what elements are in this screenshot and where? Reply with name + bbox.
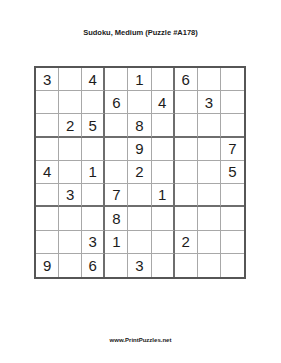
cell-r6c1[interactable] (36, 184, 59, 207)
cell-r8c6[interactable] (152, 231, 175, 254)
cell-r9c3[interactable]: 6 (82, 254, 105, 277)
cell-r6c2[interactable]: 3 (59, 184, 82, 207)
cell-r2c1[interactable] (36, 91, 59, 114)
cell-r1c4[interactable] (105, 68, 128, 91)
cell-r1c2[interactable] (59, 68, 82, 91)
cell-r3c9[interactable] (221, 114, 244, 137)
cell-r2c3[interactable] (82, 91, 105, 114)
cell-r9c6[interactable] (152, 254, 175, 277)
cell-r7c2[interactable] (59, 207, 82, 230)
cell-r5c4[interactable] (105, 161, 128, 184)
cell-r8c9[interactable] (221, 231, 244, 254)
cell-r7c4[interactable]: 8 (105, 207, 128, 230)
cell-r5c8[interactable] (198, 161, 221, 184)
cell-r7c9[interactable] (221, 207, 244, 230)
cell-r7c7[interactable] (175, 207, 198, 230)
cell-r7c1[interactable] (36, 207, 59, 230)
cell-r4c7[interactable] (175, 138, 198, 161)
cell-r1c8[interactable] (198, 68, 221, 91)
cell-r7c8[interactable] (198, 207, 221, 230)
cell-r4c2[interactable] (59, 138, 82, 161)
cell-r3c7[interactable] (175, 114, 198, 137)
cell-r4c1[interactable] (36, 138, 59, 161)
cell-r5c1[interactable]: 4 (36, 161, 59, 184)
cell-r6c4[interactable]: 7 (105, 184, 128, 207)
cell-r3c6[interactable] (152, 114, 175, 137)
cell-r6c8[interactable] (198, 184, 221, 207)
cell-r4c3[interactable] (82, 138, 105, 161)
cell-r8c8[interactable] (198, 231, 221, 254)
cell-r4c8[interactable] (198, 138, 221, 161)
cell-r1c6[interactable] (152, 68, 175, 91)
cell-r7c6[interactable] (152, 207, 175, 230)
cell-r3c8[interactable] (198, 114, 221, 137)
cell-r9c2[interactable] (59, 254, 82, 277)
cell-r2c4[interactable]: 6 (105, 91, 128, 114)
cell-r3c4[interactable] (105, 114, 128, 137)
cell-r2c8[interactable]: 3 (198, 91, 221, 114)
cell-r6c7[interactable] (175, 184, 198, 207)
cell-r6c3[interactable] (82, 184, 105, 207)
cell-r5c2[interactable] (59, 161, 82, 184)
cell-r8c3[interactable]: 3 (82, 231, 105, 254)
cell-r2c5[interactable] (128, 91, 151, 114)
cell-r8c2[interactable] (59, 231, 82, 254)
cell-r2c6[interactable]: 4 (152, 91, 175, 114)
cell-r1c3[interactable]: 4 (82, 68, 105, 91)
cell-r9c4[interactable] (105, 254, 128, 277)
cell-r4c9[interactable]: 7 (221, 138, 244, 161)
cell-r4c5[interactable]: 9 (128, 138, 151, 161)
cell-r2c2[interactable] (59, 91, 82, 114)
footer-site-url: www.PrintPuzzles.net (0, 337, 281, 343)
cell-r4c4[interactable] (105, 138, 128, 161)
page-title: Sudoku, Medium (Puzzle #A178) (0, 28, 281, 37)
cell-r5c5[interactable]: 2 (128, 161, 151, 184)
cell-r1c9[interactable] (221, 68, 244, 91)
cell-r8c1[interactable] (36, 231, 59, 254)
cell-r3c3[interactable]: 5 (82, 114, 105, 137)
cell-r3c2[interactable]: 2 (59, 114, 82, 137)
cell-r8c7[interactable]: 2 (175, 231, 198, 254)
cell-r2c9[interactable] (221, 91, 244, 114)
cell-r1c5[interactable]: 1 (128, 68, 151, 91)
cell-r1c1[interactable]: 3 (36, 68, 59, 91)
sudoku-board: 34166432589741253718312963 (34, 66, 246, 279)
cell-r9c1[interactable]: 9 (36, 254, 59, 277)
cell-r9c5[interactable]: 3 (128, 254, 151, 277)
cell-r9c7[interactable] (175, 254, 198, 277)
cell-r4c6[interactable] (152, 138, 175, 161)
cell-r5c9[interactable]: 5 (221, 161, 244, 184)
cell-r2c7[interactable] (175, 91, 198, 114)
cell-r6c5[interactable] (128, 184, 151, 207)
cell-r3c5[interactable]: 8 (128, 114, 151, 137)
cell-r1c7[interactable]: 6 (175, 68, 198, 91)
cell-r5c6[interactable] (152, 161, 175, 184)
cell-r5c3[interactable]: 1 (82, 161, 105, 184)
cell-r8c5[interactable] (128, 231, 151, 254)
cell-r9c8[interactable] (198, 254, 221, 277)
cell-r9c9[interactable] (221, 254, 244, 277)
cell-r5c7[interactable] (175, 161, 198, 184)
cell-r7c3[interactable] (82, 207, 105, 230)
cell-r7c5[interactable] (128, 207, 151, 230)
cell-r8c4[interactable]: 1 (105, 231, 128, 254)
cell-r6c9[interactable] (221, 184, 244, 207)
cell-r6c6[interactable]: 1 (152, 184, 175, 207)
cell-r3c1[interactable] (36, 114, 59, 137)
